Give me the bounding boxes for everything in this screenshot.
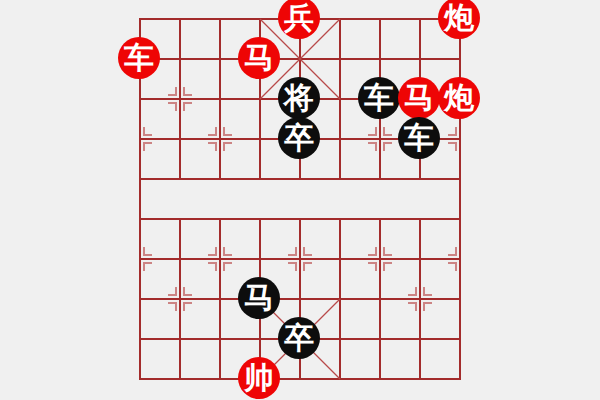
piece-black-chariot[interactable]: 车 (358, 77, 400, 119)
piece-red-cannon[interactable]: 炮 (438, 0, 480, 39)
piece-black-chariot[interactable]: 车 (398, 117, 440, 159)
piece-red-soldier[interactable]: 兵 (278, 0, 320, 39)
piece-black-general[interactable]: 将 (278, 77, 320, 119)
pieces-layer: 兵炮车马将车马炮卒车马卒帅 (119, 0, 479, 398)
piece-black-horse[interactable]: 马 (238, 277, 280, 319)
piece-red-horse[interactable]: 马 (238, 37, 280, 79)
piece-red-cannon[interactable]: 炮 (438, 77, 480, 119)
piece-black-soldier[interactable]: 卒 (278, 317, 320, 359)
xiangqi-diagram: 兵炮车马将车马炮卒车马卒帅 (0, 0, 600, 400)
piece-red-chariot[interactable]: 车 (118, 37, 160, 79)
piece-red-horse[interactable]: 马 (398, 77, 440, 119)
piece-black-soldier[interactable]: 卒 (278, 117, 320, 159)
piece-red-general[interactable]: 帅 (238, 357, 280, 399)
